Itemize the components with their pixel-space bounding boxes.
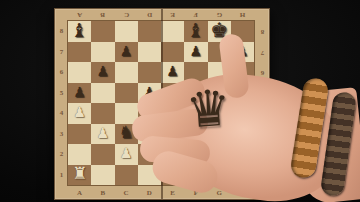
black-pawn-f7: ♟: [190, 44, 203, 58]
square-f7: ♟: [184, 42, 207, 63]
square-d8: [138, 21, 161, 42]
file-label-C: C: [115, 187, 138, 199]
square-e6: ♟: [161, 62, 184, 83]
square-b6: ♟: [91, 62, 114, 83]
file-label-B: B: [91, 9, 114, 21]
file-label-E: E: [161, 187, 184, 199]
black-pawn-e6: ♟: [166, 64, 179, 78]
file-label-D: D: [138, 187, 161, 199]
file-label-A: A: [68, 187, 91, 199]
rank-label-7: 7: [55, 42, 68, 63]
square-a1: ♜: [68, 165, 91, 186]
square-d7: [138, 42, 161, 63]
white-pawn-b3: ♟: [97, 126, 110, 140]
square-f8: ♝: [184, 21, 207, 42]
rank-label-4: 4: [55, 103, 68, 124]
held-black-queen: ♛: [184, 82, 232, 135]
black-pawn-a5: ♟: [73, 85, 86, 99]
rank-label-7: 7: [256, 42, 269, 63]
square-b5: [91, 83, 114, 104]
square-e7: [161, 42, 184, 63]
file-label-H: H: [231, 9, 254, 21]
black-pawn-b6: ♟: [97, 64, 110, 78]
rank-label-8: 8: [55, 21, 68, 42]
rank-label-8: 8: [256, 21, 269, 42]
square-c5: [115, 83, 138, 104]
square-a8: ♝: [68, 21, 91, 42]
file-label-D: D: [138, 9, 161, 21]
square-b2: [91, 144, 114, 165]
white-pawn-a4: ♟: [73, 105, 86, 119]
rank-label-5: 5: [55, 83, 68, 104]
rank-labels-left: 87654321: [55, 21, 68, 185]
square-c2: ♟: [115, 144, 138, 165]
file-label-F: F: [184, 9, 207, 21]
black-bishop-f8: ♝: [187, 21, 204, 40]
square-a6: [68, 62, 91, 83]
square-a2: [68, 144, 91, 165]
square-a4: ♟: [68, 103, 91, 124]
file-label-A: A: [68, 9, 91, 21]
black-pawn-c7: ♟: [120, 44, 133, 58]
black-table-background: ABCDEFGH ABCDEFGH 87654321 87654321 ♝♝♚♟…: [0, 0, 360, 202]
rank-label-3: 3: [55, 124, 68, 145]
white-pawn-c2: ♟: [120, 146, 133, 160]
file-label-G: G: [208, 9, 231, 21]
square-a3: [68, 124, 91, 145]
rank-label-1: 1: [55, 165, 68, 186]
square-a5: ♟: [68, 83, 91, 104]
rank-label-6: 6: [55, 62, 68, 83]
square-d6: [138, 62, 161, 83]
square-b4: [91, 103, 114, 124]
square-b1: [91, 165, 114, 186]
file-label-C: C: [115, 9, 138, 21]
square-b8: [91, 21, 114, 42]
square-e8: [161, 21, 184, 42]
rank-label-2: 2: [55, 144, 68, 165]
square-c8: [115, 21, 138, 42]
square-b3: ♟: [91, 124, 114, 145]
square-c1: [115, 165, 138, 186]
white-rook-a1: ♜: [72, 165, 87, 182]
square-c7: ♟: [115, 42, 138, 63]
black-bishop-a8: ♝: [71, 21, 88, 40]
square-a7: [68, 42, 91, 63]
file-label-E: E: [161, 9, 184, 21]
square-c6: [115, 62, 138, 83]
square-b7: [91, 42, 114, 63]
file-label-B: B: [91, 187, 114, 199]
